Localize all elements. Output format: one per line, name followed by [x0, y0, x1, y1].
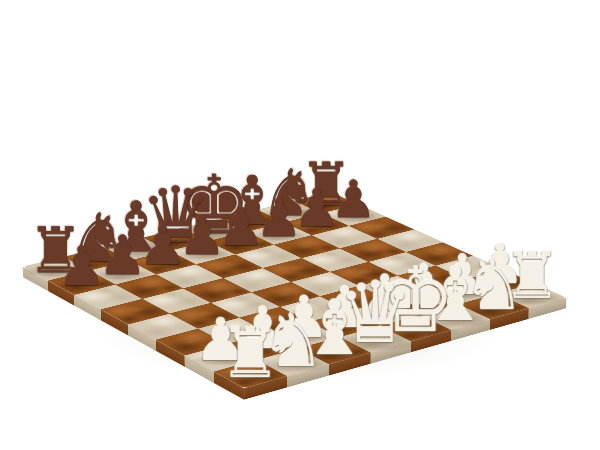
piece-white-rook-a1[interactable]: ♜ [220, 319, 282, 388]
piece-brown-pawn-a7[interactable]: ♟ [57, 239, 106, 294]
brown-pawn-icon: ♟ [57, 239, 106, 294]
white-rook-icon: ♜ [220, 319, 282, 388]
pieces-layer: ♜♞♟♝♟♚♟♛♟♝♟♞♟♜♟♟♟♟♜♟♞♟♝♟♚♟♛♟♝♟♞♜ [0, 0, 600, 450]
chess-set-photo: ♜♞♟♝♟♚♟♛♟♝♟♞♟♜♟♟♟♟♜♟♞♟♝♟♚♟♛♟♝♟♞♜ [0, 0, 600, 450]
